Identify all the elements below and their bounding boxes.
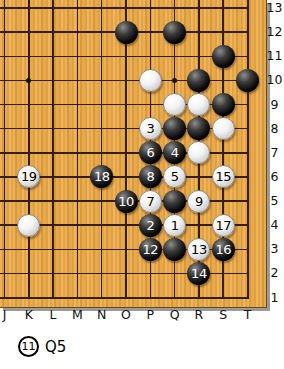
stone-Q4-move-1: 1 <box>163 214 186 237</box>
stone-S9 <box>212 93 235 116</box>
stone-Q7-move-4: 4 <box>163 141 186 164</box>
stone-S6-move-15: 15 <box>212 165 235 188</box>
stone-O5-move-10: 10 <box>115 190 138 213</box>
stone-Q9 <box>163 93 186 116</box>
stone-R2-move-14: 14 <box>187 262 210 285</box>
stone-K6-move-19: 19 <box>17 165 40 188</box>
col-label-N: N <box>93 308 110 322</box>
star-point-Q10 <box>172 78 177 83</box>
stone-P7-move-6: 6 <box>139 141 162 164</box>
go-board[interactable]: 364191885151079211712131614 <box>0 0 267 308</box>
grid-line-col-L <box>52 0 54 299</box>
move-caption: 11 Q5 <box>18 335 66 358</box>
grid-line-row-7 <box>0 152 249 154</box>
stone-S3-move-16: 16 <box>212 238 235 261</box>
stone-R10 <box>187 69 210 92</box>
row-label-3: 3 <box>266 242 283 256</box>
row-label-9: 9 <box>266 98 283 112</box>
stone-S8 <box>212 117 235 140</box>
row-label-12: 12 <box>266 25 283 39</box>
grid-line-row-2 <box>0 273 249 275</box>
stone-P3-move-12: 12 <box>139 238 162 261</box>
stone-K4 <box>17 214 40 237</box>
stone-Q5 <box>163 190 186 213</box>
col-label-T: T <box>239 308 256 322</box>
row-label-8: 8 <box>266 122 283 136</box>
go-diagram: 364191885151079211712131614 JKLMNOPQRST … <box>0 0 284 369</box>
stone-S4-move-17: 17 <box>212 214 235 237</box>
star-point-K10 <box>26 78 31 83</box>
grid-line-row-13 <box>0 7 249 9</box>
col-label-P: P <box>142 308 159 322</box>
row-label-4: 4 <box>266 218 283 232</box>
stone-R8 <box>187 117 210 140</box>
stone-Q12 <box>163 21 186 44</box>
grid-line-row-1 <box>0 297 249 299</box>
caption-location: Q5 <box>45 338 66 356</box>
row-label-7: 7 <box>266 146 283 160</box>
caption-white-stone-11: 11 <box>18 336 39 357</box>
col-label-K: K <box>20 308 37 322</box>
col-label-J: J <box>0 308 13 322</box>
stone-P4-move-2: 2 <box>139 214 162 237</box>
stone-S11 <box>212 45 235 68</box>
stone-R9 <box>187 93 210 116</box>
row-label-13: 13 <box>266 1 283 15</box>
stone-N6-move-18: 18 <box>90 165 113 188</box>
grid-line-col-N <box>101 0 103 299</box>
stone-P5-move-7: 7 <box>139 190 162 213</box>
col-label-Q: Q <box>166 308 183 322</box>
grid-line-col-T <box>247 0 249 299</box>
stone-R3-move-13: 13 <box>187 238 210 261</box>
grid-line-col-O <box>125 0 127 299</box>
stone-R5-move-9: 9 <box>187 190 210 213</box>
grid-line-col-J <box>4 0 6 299</box>
stone-P8-move-3: 3 <box>139 117 162 140</box>
grid-line-row-10 <box>0 80 249 82</box>
stone-Q3 <box>163 238 186 261</box>
row-label-10: 10 <box>266 73 283 87</box>
row-label-1: 1 <box>266 291 283 305</box>
stone-R7 <box>187 141 210 164</box>
col-label-S: S <box>215 308 232 322</box>
stone-Q8 <box>163 117 186 140</box>
stone-P10 <box>139 69 162 92</box>
caption-move-number: 11 <box>22 340 36 353</box>
stone-P6-move-8: 8 <box>139 165 162 188</box>
row-label-2: 2 <box>266 266 283 280</box>
stone-T10 <box>236 69 259 92</box>
col-label-R: R <box>190 308 207 322</box>
row-label-5: 5 <box>266 194 283 208</box>
grid-line-col-K <box>28 0 30 299</box>
grid-line-col-M <box>77 0 79 299</box>
col-label-L: L <box>45 308 62 322</box>
col-label-O: O <box>118 308 135 322</box>
stone-Q6-move-5: 5 <box>163 165 186 188</box>
stone-O12 <box>115 21 138 44</box>
col-label-M: M <box>69 308 86 322</box>
row-label-11: 11 <box>266 49 283 63</box>
row-label-6: 6 <box>266 170 283 184</box>
